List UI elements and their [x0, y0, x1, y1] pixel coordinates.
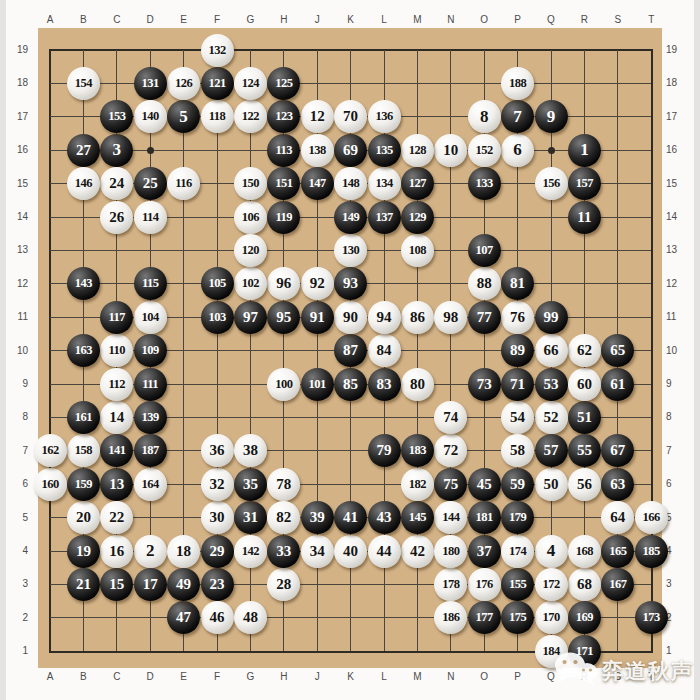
stone-white-move-164: 164	[134, 468, 167, 501]
row-label-left: 8	[6, 411, 28, 423]
move-number: 44	[377, 543, 392, 560]
row-label-left: 9	[6, 378, 28, 390]
stone-white-move-138: 138	[301, 134, 334, 167]
row-label-right: 16	[666, 144, 688, 156]
move-number: 36	[210, 442, 225, 459]
move-number: 158	[75, 443, 92, 458]
move-number: 17	[143, 576, 158, 593]
stone-black-move-165: 165	[601, 535, 634, 568]
move-number: 82	[276, 509, 291, 526]
move-number: 79	[377, 442, 392, 459]
move-number: 10	[443, 142, 458, 159]
move-number: 183	[409, 443, 426, 458]
stone-white-move-162: 162	[34, 434, 67, 467]
stone-black-move-137: 137	[368, 201, 401, 234]
stone-white-move-6: 6	[501, 134, 534, 167]
stone-black-move-163: 163	[67, 334, 100, 367]
move-number: 117	[109, 310, 126, 325]
column-label-bottom: D	[140, 671, 160, 683]
stone-black-move-41: 41	[334, 501, 367, 534]
move-number: 16	[109, 543, 124, 560]
move-number: 186	[442, 610, 459, 625]
move-number: 130	[342, 243, 359, 258]
stone-black-move-21: 21	[67, 568, 100, 601]
stone-white-move-68: 68	[568, 568, 601, 601]
move-number: 84	[377, 342, 392, 359]
move-number: 187	[142, 443, 159, 458]
stone-black-move-91: 91	[301, 301, 334, 334]
move-number: 124	[242, 76, 259, 91]
move-number: 157	[576, 176, 593, 191]
stone-white-move-88: 88	[468, 267, 501, 300]
move-number: 78	[276, 476, 291, 493]
stone-white-move-124: 124	[234, 67, 267, 100]
move-number: 64	[610, 509, 625, 526]
row-label-right: 7	[666, 445, 688, 457]
stone-black-move-107: 107	[468, 234, 501, 267]
column-label-top: C	[107, 14, 127, 26]
stone-black-move-117: 117	[100, 301, 133, 334]
move-number: 95	[276, 309, 291, 326]
move-number: 76	[510, 309, 525, 326]
move-number: 81	[510, 275, 525, 292]
move-number: 90	[343, 309, 358, 326]
stone-black-move-11: 11	[568, 201, 601, 234]
row-label-right: 5	[666, 512, 688, 524]
row-label-right: 18	[666, 77, 688, 89]
move-number: 115	[142, 276, 159, 291]
go-kifu-diagram: AABBCCDDEEFFGGHHJJKKLLMMNNOOPPQQRRSSTT19…	[0, 0, 700, 700]
move-number: 96	[276, 275, 291, 292]
stone-white-move-134: 134	[368, 167, 401, 200]
stone-black-move-111: 111	[134, 368, 167, 401]
stone-black-move-33: 33	[267, 535, 300, 568]
move-number: 72	[443, 442, 458, 459]
row-label-left: 1	[6, 645, 28, 657]
stone-black-move-79: 79	[368, 434, 401, 467]
move-number: 29	[210, 543, 225, 560]
watermark-text: 弈道秋声	[602, 657, 694, 685]
stone-black-move-73: 73	[468, 368, 501, 401]
stone-white-move-52: 52	[535, 401, 568, 434]
move-number: 103	[208, 310, 225, 325]
wechat-logo-icon	[553, 650, 599, 692]
move-number: 23	[210, 576, 225, 593]
stone-white-move-62: 62	[568, 334, 601, 367]
move-number: 116	[175, 176, 192, 191]
stone-white-move-170: 170	[535, 601, 568, 634]
row-label-left: 12	[6, 278, 28, 290]
stone-white-move-168: 168	[568, 535, 601, 568]
move-number: 28	[276, 576, 291, 593]
move-number: 41	[343, 509, 358, 526]
stone-black-move-169: 169	[568, 601, 601, 634]
column-label-top: G	[240, 14, 260, 26]
move-number: 151	[275, 176, 292, 191]
stone-black-move-131: 131	[134, 67, 167, 100]
move-number: 165	[609, 544, 626, 559]
move-number: 168	[576, 544, 593, 559]
move-number: 182	[409, 477, 426, 492]
stone-black-move-159: 159	[67, 468, 100, 501]
stone-black-move-147: 147	[301, 167, 334, 200]
row-label-right: 19	[666, 44, 688, 56]
stone-white-move-92: 92	[301, 267, 334, 300]
move-number: 172	[542, 577, 559, 592]
stone-black-move-51: 51	[568, 401, 601, 434]
stone-black-move-71: 71	[501, 368, 534, 401]
stone-black-move-101: 101	[301, 368, 334, 401]
stone-white-move-98: 98	[434, 301, 467, 334]
row-label-right: 6	[666, 478, 688, 490]
move-number: 98	[443, 309, 458, 326]
stone-white-move-48: 48	[234, 601, 267, 634]
row-label-right: 9	[666, 378, 688, 390]
move-number: 131	[142, 76, 159, 91]
move-number: 120	[242, 243, 259, 258]
stone-white-move-14: 14	[100, 401, 133, 434]
move-number: 104	[142, 310, 159, 325]
row-label-left: 18	[6, 77, 28, 89]
move-number: 144	[442, 510, 459, 525]
move-number: 74	[443, 409, 458, 426]
row-label-left: 16	[6, 144, 28, 156]
stone-black-move-183: 183	[401, 434, 434, 467]
move-number: 89	[510, 342, 525, 359]
move-number: 12	[310, 108, 325, 125]
move-number: 32	[210, 476, 225, 493]
stone-black-move-187: 187	[134, 434, 167, 467]
move-number: 43	[377, 509, 392, 526]
stone-white-move-76: 76	[501, 301, 534, 334]
stone-black-move-19: 19	[67, 535, 100, 568]
stone-white-move-128: 128	[401, 134, 434, 167]
move-number: 31	[243, 509, 258, 526]
row-label-right: 15	[666, 178, 688, 190]
move-number: 22	[109, 509, 124, 526]
column-label-bottom: L	[374, 671, 394, 683]
move-number: 112	[109, 377, 126, 392]
row-label-right: 14	[666, 211, 688, 223]
stone-white-move-126: 126	[167, 67, 200, 100]
stone-black-move-139: 139	[134, 401, 167, 434]
move-number: 163	[75, 343, 92, 358]
move-number: 15	[109, 576, 124, 593]
stone-white-move-84: 84	[368, 334, 401, 367]
move-number: 56	[577, 476, 592, 493]
stone-black-move-49: 49	[167, 568, 200, 601]
move-number: 91	[310, 309, 325, 326]
stone-black-move-185: 185	[635, 535, 668, 568]
row-label-right: 12	[666, 278, 688, 290]
stone-black-move-109: 109	[134, 334, 167, 367]
move-number: 160	[41, 477, 58, 492]
move-number: 170	[542, 610, 559, 625]
move-number: 136	[375, 109, 392, 124]
move-number: 159	[75, 477, 92, 492]
star-point	[548, 147, 555, 154]
move-number: 87	[343, 342, 358, 359]
move-number: 30	[210, 509, 225, 526]
move-number: 101	[309, 377, 326, 392]
move-number: 59	[510, 476, 525, 493]
stone-white-move-80: 80	[401, 368, 434, 401]
column-label-top: B	[73, 14, 93, 26]
stone-black-move-173: 173	[635, 601, 668, 634]
stone-white-move-38: 38	[234, 434, 267, 467]
stone-white-move-44: 44	[368, 535, 401, 568]
stone-white-move-108: 108	[401, 234, 434, 267]
stone-white-move-136: 136	[368, 100, 401, 133]
move-number: 125	[275, 76, 292, 91]
column-label-bottom: O	[474, 671, 494, 683]
move-number: 54	[510, 409, 525, 426]
stone-white-move-94: 94	[368, 301, 401, 334]
row-label-right: 8	[666, 411, 688, 423]
move-number: 105	[208, 276, 225, 291]
move-number: 138	[309, 143, 326, 158]
stone-black-move-177: 177	[468, 601, 501, 634]
stone-black-move-113: 113	[267, 134, 300, 167]
column-label-top: D	[140, 14, 160, 26]
move-number: 26	[109, 209, 124, 226]
stone-black-move-13: 13	[100, 468, 133, 501]
move-number: 80	[410, 376, 425, 393]
move-number: 34	[310, 543, 325, 560]
move-number: 14	[109, 409, 124, 426]
stone-black-move-85: 85	[334, 368, 367, 401]
stone-black-move-77: 77	[468, 301, 501, 334]
column-label-top: H	[274, 14, 294, 26]
move-number: 25	[143, 175, 158, 192]
row-label-right: 11	[666, 311, 688, 323]
move-number: 145	[409, 510, 426, 525]
move-number: 126	[175, 76, 192, 91]
move-number: 141	[108, 443, 125, 458]
stone-white-move-20: 20	[67, 501, 100, 534]
stone-white-move-74: 74	[434, 401, 467, 434]
move-number: 181	[476, 510, 493, 525]
move-number: 75	[443, 476, 458, 493]
move-number: 68	[577, 576, 592, 593]
move-number: 58	[510, 442, 525, 459]
stone-white-move-50: 50	[535, 468, 568, 501]
stone-black-move-25: 25	[134, 167, 167, 200]
column-label-top: E	[174, 14, 194, 26]
move-number: 9	[547, 107, 556, 127]
move-number: 19	[76, 543, 91, 560]
column-label-bottom: B	[73, 671, 93, 683]
stone-white-move-8: 8	[468, 100, 501, 133]
move-number: 178	[442, 577, 459, 592]
move-number: 173	[643, 610, 660, 625]
stone-white-move-106: 106	[234, 201, 267, 234]
move-number: 86	[410, 309, 425, 326]
column-label-bottom: M	[407, 671, 427, 683]
row-label-left: 15	[6, 178, 28, 190]
stone-black-move-97: 97	[234, 301, 267, 334]
move-number: 4	[547, 541, 556, 561]
column-label-top: N	[441, 14, 461, 26]
move-number: 175	[509, 610, 526, 625]
move-number: 70	[343, 108, 358, 125]
row-label-left: 10	[6, 345, 28, 357]
stone-white-move-132: 132	[201, 34, 234, 67]
column-label-top: R	[574, 14, 594, 26]
row-label-right: 2	[666, 612, 688, 624]
stone-white-move-46: 46	[201, 601, 234, 634]
stone-black-move-103: 103	[201, 301, 234, 334]
move-number: 169	[576, 610, 593, 625]
column-label-top: O	[474, 14, 494, 26]
stone-white-move-172: 172	[535, 568, 568, 601]
row-label-left: 13	[6, 244, 28, 256]
move-number: 50	[544, 476, 559, 493]
stone-white-move-182: 182	[401, 468, 434, 501]
move-number: 153	[108, 109, 125, 124]
stone-white-move-10: 10	[434, 134, 467, 167]
stone-black-move-115: 115	[134, 267, 167, 300]
star-point	[147, 147, 154, 154]
stone-black-move-83: 83	[368, 368, 401, 401]
move-number: 6	[513, 140, 522, 160]
stone-black-move-179: 179	[501, 501, 534, 534]
stone-black-move-31: 31	[234, 501, 267, 534]
stone-white-move-26: 26	[100, 201, 133, 234]
move-number: 38	[243, 442, 258, 459]
move-number: 155	[509, 577, 526, 592]
stone-white-move-104: 104	[134, 301, 167, 334]
move-number: 88	[477, 275, 492, 292]
stone-white-move-178: 178	[434, 568, 467, 601]
move-number: 24	[109, 175, 124, 192]
move-number: 94	[377, 309, 392, 326]
move-number: 152	[476, 143, 493, 158]
stone-white-move-40: 40	[334, 535, 367, 568]
stone-black-move-149: 149	[334, 201, 367, 234]
stone-white-move-102: 102	[234, 267, 267, 300]
stone-white-move-112: 112	[100, 368, 133, 401]
move-number: 180	[442, 544, 459, 559]
move-number: 149	[342, 210, 359, 225]
move-number: 123	[275, 109, 292, 124]
move-number: 177	[476, 610, 493, 625]
stone-white-move-114: 114	[134, 201, 167, 234]
stone-white-move-100: 100	[267, 368, 300, 401]
move-number: 39	[310, 509, 325, 526]
move-number: 7	[513, 107, 522, 127]
stone-black-move-167: 167	[601, 568, 634, 601]
stone-white-move-56: 56	[568, 468, 601, 501]
move-number: 92	[310, 275, 325, 292]
column-label-bottom: H	[274, 671, 294, 683]
stone-white-move-2: 2	[134, 535, 167, 568]
move-number: 156	[542, 176, 559, 191]
move-number: 164	[142, 477, 159, 492]
row-label-left: 11	[6, 311, 28, 323]
move-number: 93	[343, 275, 358, 292]
column-label-top: K	[341, 14, 361, 26]
move-number: 55	[577, 442, 592, 459]
move-number: 127	[409, 176, 426, 191]
stone-black-move-119: 119	[267, 201, 300, 234]
stone-black-move-63: 63	[601, 468, 634, 501]
move-number: 166	[643, 510, 660, 525]
stone-white-move-42: 42	[401, 535, 434, 568]
row-label-left: 6	[6, 478, 28, 490]
stone-black-move-125: 125	[267, 67, 300, 100]
row-label-left: 19	[6, 44, 28, 56]
stone-black-move-143: 143	[67, 267, 100, 300]
stone-white-move-32: 32	[201, 468, 234, 501]
stone-black-move-39: 39	[301, 501, 334, 534]
move-number: 107	[476, 243, 493, 258]
stone-black-move-129: 129	[401, 201, 434, 234]
row-label-right: 4	[666, 545, 688, 557]
stone-black-move-9: 9	[535, 100, 568, 133]
move-number: 185	[643, 544, 660, 559]
stone-black-move-57: 57	[535, 434, 568, 467]
stone-white-move-154: 154	[67, 67, 100, 100]
stone-black-move-157: 157	[568, 167, 601, 200]
move-number: 140	[142, 109, 159, 124]
move-number: 133	[476, 176, 493, 191]
move-number: 102	[242, 276, 259, 291]
move-number: 53	[544, 376, 559, 393]
row-label-right: 17	[666, 111, 688, 123]
stone-white-move-160: 160	[34, 468, 67, 501]
move-number: 139	[142, 410, 159, 425]
move-number: 106	[242, 210, 259, 225]
row-label-right: 3	[666, 578, 688, 590]
move-number: 42	[410, 543, 425, 560]
move-number: 129	[409, 210, 426, 225]
stone-black-move-61: 61	[601, 368, 634, 401]
move-number: 47	[176, 609, 191, 626]
move-number: 150	[242, 176, 259, 191]
stone-white-move-188: 188	[501, 67, 534, 100]
move-number: 188	[509, 76, 526, 91]
stone-black-move-55: 55	[568, 434, 601, 467]
stone-white-move-54: 54	[501, 401, 534, 434]
row-label-left: 7	[6, 445, 28, 457]
stone-black-move-75: 75	[434, 468, 467, 501]
move-number: 128	[409, 143, 426, 158]
move-number: 161	[75, 410, 92, 425]
stone-white-move-150: 150	[234, 167, 267, 200]
stone-white-move-116: 116	[167, 167, 200, 200]
stone-white-move-146: 146	[67, 167, 100, 200]
stone-white-move-176: 176	[468, 568, 501, 601]
move-number: 167	[609, 577, 626, 592]
move-number: 66	[544, 342, 559, 359]
move-number: 137	[375, 210, 392, 225]
stone-white-move-142: 142	[234, 535, 267, 568]
column-label-bottom: J	[307, 671, 327, 683]
move-number: 63	[610, 476, 625, 493]
stone-white-move-118: 118	[201, 100, 234, 133]
stone-black-move-23: 23	[201, 568, 234, 601]
column-label-bottom: K	[341, 671, 361, 683]
move-number: 135	[375, 143, 392, 158]
watermark: 弈道秋声	[553, 650, 694, 692]
column-label-top: T	[641, 14, 661, 26]
stone-black-move-105: 105	[201, 267, 234, 300]
move-number: 13	[109, 476, 124, 493]
stone-white-move-166: 166	[635, 501, 668, 534]
stone-black-move-161: 161	[67, 401, 100, 434]
column-label-bottom: C	[107, 671, 127, 683]
